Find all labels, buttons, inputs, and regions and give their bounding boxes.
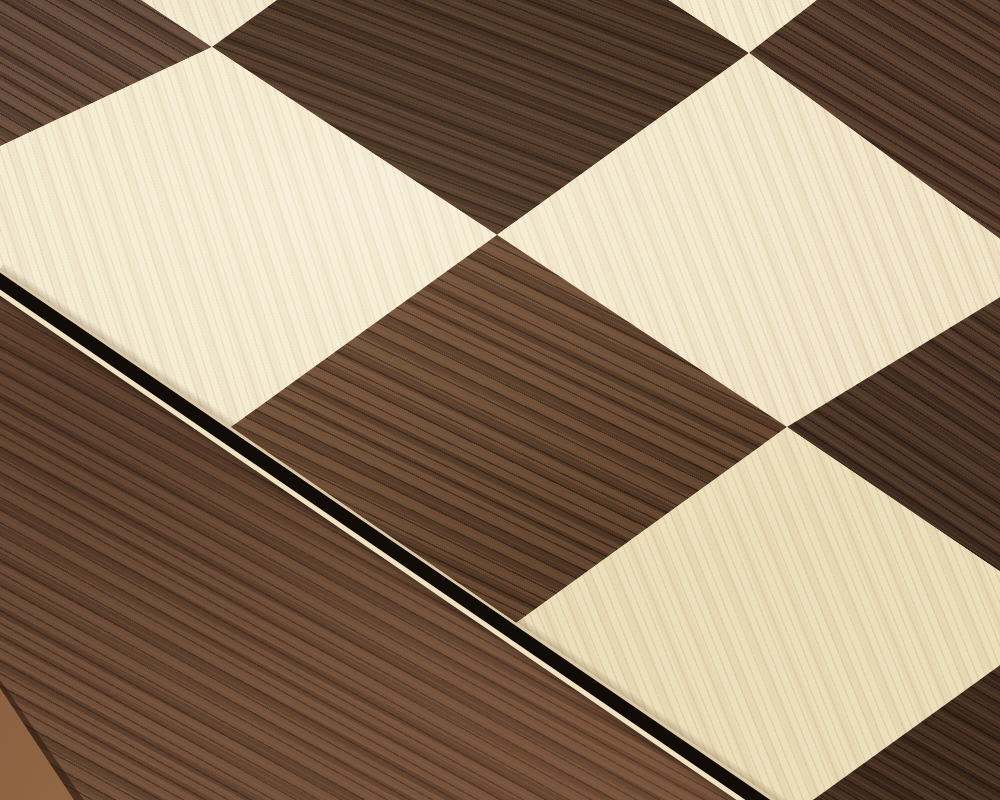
chessboard-photo	[0, 0, 1000, 800]
